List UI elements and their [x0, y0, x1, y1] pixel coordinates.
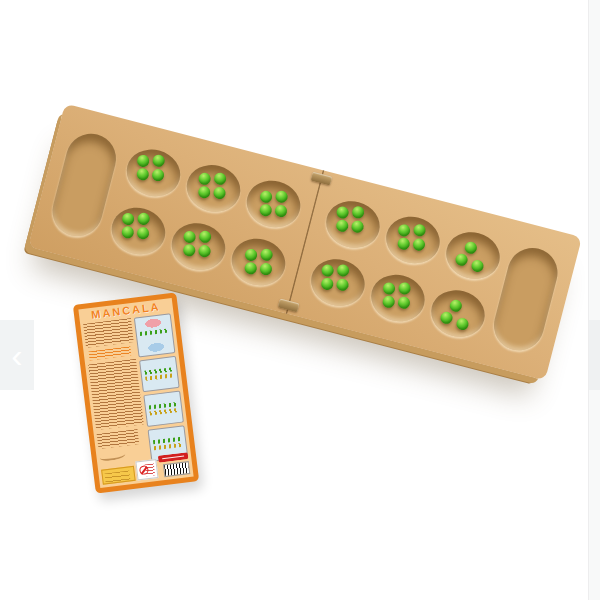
bead: [197, 244, 212, 259]
pit: [441, 226, 505, 284]
bead: [351, 205, 366, 220]
carousel-next-edge: [589, 320, 600, 390]
bead: [182, 230, 197, 245]
publisher-box: [101, 466, 136, 485]
bead: [396, 236, 411, 251]
pit: [306, 254, 370, 312]
store-left-pit: [47, 128, 121, 241]
pit: [426, 285, 490, 343]
bead: [449, 299, 464, 314]
bead: [151, 154, 166, 169]
age-warning-box: [136, 459, 159, 480]
bead: [136, 226, 151, 241]
bead: [412, 223, 427, 238]
pit: [167, 217, 231, 275]
bead: [320, 263, 335, 278]
pit: [366, 269, 430, 327]
warning-text-lines: [145, 463, 155, 476]
board-diagram: [139, 356, 180, 392]
carousel-prev-button[interactable]: ‹: [0, 320, 34, 390]
bead: [259, 248, 274, 263]
bead: [397, 296, 412, 311]
bead: [274, 204, 289, 219]
bead: [135, 167, 150, 182]
bead: [136, 212, 151, 227]
pit-grid-right: [306, 195, 505, 342]
bead: [412, 238, 427, 253]
bead: [455, 317, 470, 332]
bead: [120, 225, 135, 240]
pit: [321, 195, 385, 253]
bead: [258, 190, 273, 205]
pit: [242, 175, 306, 233]
bead: [335, 218, 350, 233]
bead: [243, 248, 258, 263]
bead: [397, 281, 412, 296]
diagram-beads-row: [154, 443, 183, 451]
bead: [243, 261, 258, 276]
chevron-left-icon: ‹: [11, 336, 22, 375]
bead: [213, 172, 228, 187]
product-photo-stage: ‹ MANCALA: [0, 0, 600, 600]
pit: [381, 211, 445, 269]
bead: [197, 172, 212, 187]
bead: [182, 243, 197, 258]
text-block: [97, 429, 139, 449]
bead: [121, 212, 136, 227]
bead: [350, 220, 365, 235]
text-block: [88, 359, 144, 430]
bead: [396, 223, 411, 238]
diagram-beads-row: [140, 329, 169, 337]
bead: [151, 168, 166, 183]
pit: [227, 233, 291, 291]
bead: [212, 186, 227, 201]
bead: [274, 190, 289, 205]
bead: [381, 281, 396, 296]
bead: [259, 262, 274, 277]
bead: [336, 264, 351, 279]
instruction-card: MANCALA: [73, 292, 199, 493]
card-body: [80, 311, 191, 468]
bead: [439, 311, 454, 326]
board-left-half: [28, 104, 317, 312]
bead: [320, 277, 335, 292]
bead: [197, 185, 212, 200]
pit-grid-left: [107, 144, 306, 291]
bead: [335, 205, 350, 220]
bead: [381, 295, 396, 310]
bead: [136, 154, 151, 169]
pit: [107, 202, 171, 260]
bead: [464, 241, 479, 256]
board-diagram: [143, 391, 184, 427]
footer-right: [158, 452, 190, 477]
diagram-beads-row: [149, 408, 178, 416]
barcode: [163, 461, 190, 477]
bead: [198, 230, 213, 245]
board-right-half: [293, 172, 582, 380]
board-diagram: [134, 313, 176, 357]
bead: [258, 203, 273, 218]
diagram-beads-row: [145, 373, 174, 381]
bead: [335, 278, 350, 293]
pit: [122, 144, 186, 202]
carousel-next-strip[interactable]: [588, 0, 600, 600]
text-heading-block: [88, 346, 131, 360]
text-block: [83, 318, 134, 348]
bead: [470, 259, 485, 274]
pit: [182, 159, 246, 217]
bead: [454, 252, 469, 267]
